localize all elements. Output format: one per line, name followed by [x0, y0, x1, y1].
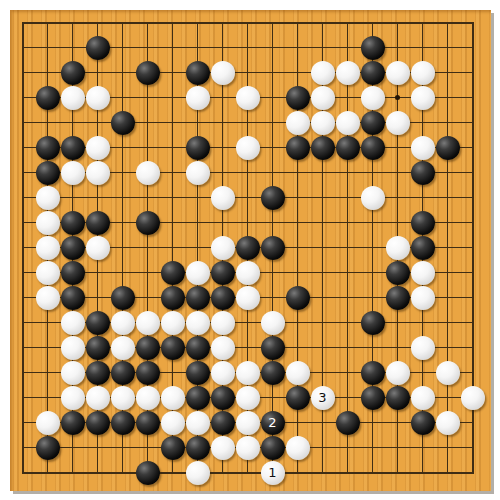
black-stone[interactable]	[136, 61, 160, 85]
black-stone[interactable]	[136, 461, 160, 485]
black-stone[interactable]	[186, 286, 210, 310]
white-stone[interactable]	[236, 86, 260, 110]
black-stone[interactable]	[36, 436, 60, 460]
black-stone[interactable]	[161, 336, 185, 360]
black-stone[interactable]	[61, 286, 85, 310]
black-stone[interactable]	[86, 336, 110, 360]
white-stone[interactable]	[311, 111, 335, 135]
white-stone[interactable]	[86, 161, 110, 185]
white-stone[interactable]	[336, 61, 360, 85]
black-stone[interactable]	[86, 311, 110, 335]
black-stone[interactable]	[261, 186, 285, 210]
white-stone[interactable]	[86, 386, 110, 410]
white-stone[interactable]	[211, 336, 235, 360]
black-stone[interactable]	[411, 161, 435, 185]
white-stone[interactable]	[311, 86, 335, 110]
white-stone[interactable]	[186, 461, 210, 485]
white-stone[interactable]	[286, 436, 310, 460]
black-stone[interactable]	[286, 386, 310, 410]
black-stone[interactable]	[386, 261, 410, 285]
black-stone[interactable]	[186, 361, 210, 385]
black-stone[interactable]	[186, 336, 210, 360]
white-stone[interactable]: 3	[311, 386, 335, 410]
white-stone[interactable]	[136, 311, 160, 335]
white-stone[interactable]	[211, 311, 235, 335]
white-stone[interactable]	[36, 261, 60, 285]
black-stone[interactable]	[161, 436, 185, 460]
black-stone[interactable]	[361, 61, 385, 85]
white-stone[interactable]	[361, 186, 385, 210]
black-stone[interactable]	[186, 61, 210, 85]
black-stone[interactable]	[61, 236, 85, 260]
white-stone[interactable]	[361, 86, 385, 110]
black-stone[interactable]	[361, 386, 385, 410]
black-stone[interactable]	[261, 336, 285, 360]
white-stone[interactable]	[436, 361, 460, 385]
black-stone[interactable]	[261, 236, 285, 260]
black-stone[interactable]	[36, 86, 60, 110]
white-stone[interactable]	[336, 111, 360, 135]
black-stone[interactable]	[286, 286, 310, 310]
white-stone[interactable]	[186, 411, 210, 435]
white-stone[interactable]	[236, 136, 260, 160]
black-stone[interactable]	[411, 411, 435, 435]
black-stone[interactable]	[361, 36, 385, 60]
black-stone[interactable]	[361, 111, 385, 135]
black-stone[interactable]	[336, 136, 360, 160]
white-stone[interactable]	[111, 386, 135, 410]
white-stone[interactable]	[61, 386, 85, 410]
white-stone[interactable]	[436, 411, 460, 435]
white-stone[interactable]	[461, 386, 485, 410]
white-stone[interactable]	[261, 311, 285, 335]
black-stone[interactable]	[211, 411, 235, 435]
black-stone[interactable]	[61, 411, 85, 435]
black-stone[interactable]	[161, 286, 185, 310]
white-stone[interactable]	[186, 311, 210, 335]
white-stone[interactable]: 1	[261, 461, 285, 485]
white-stone[interactable]	[86, 136, 110, 160]
black-stone[interactable]	[36, 161, 60, 185]
white-stone[interactable]	[211, 186, 235, 210]
white-stone[interactable]	[236, 386, 260, 410]
white-stone[interactable]	[61, 161, 85, 185]
black-stone[interactable]	[111, 361, 135, 385]
black-stone[interactable]	[61, 261, 85, 285]
black-stone[interactable]	[261, 361, 285, 385]
move-number-label: 1	[268, 466, 276, 479]
black-stone[interactable]	[111, 286, 135, 310]
go-board[interactable]: 321	[10, 10, 491, 491]
white-stone[interactable]	[386, 236, 410, 260]
white-stone[interactable]	[36, 236, 60, 260]
white-stone[interactable]	[36, 411, 60, 435]
black-stone[interactable]	[286, 86, 310, 110]
white-stone[interactable]	[236, 286, 260, 310]
grid-line-vertical	[447, 23, 448, 473]
white-stone[interactable]	[211, 361, 235, 385]
white-stone[interactable]	[136, 386, 160, 410]
black-stone[interactable]	[136, 361, 160, 385]
white-stone[interactable]	[111, 336, 135, 360]
black-stone[interactable]	[61, 61, 85, 85]
black-stone[interactable]	[311, 136, 335, 160]
black-stone[interactable]	[361, 311, 385, 335]
white-stone[interactable]	[111, 311, 135, 335]
black-stone[interactable]	[236, 236, 260, 260]
black-stone[interactable]	[361, 136, 385, 160]
move-number-label: 2	[268, 416, 276, 429]
screenshot-root: 321	[0, 0, 500, 500]
black-stone[interactable]	[211, 286, 235, 310]
black-stone[interactable]	[211, 261, 235, 285]
black-stone[interactable]	[386, 286, 410, 310]
white-stone[interactable]	[411, 261, 435, 285]
white-stone[interactable]	[186, 161, 210, 185]
white-stone[interactable]	[236, 261, 260, 285]
black-stone[interactable]	[211, 386, 235, 410]
star-point	[395, 95, 400, 100]
white-stone[interactable]	[186, 86, 210, 110]
white-stone[interactable]	[236, 361, 260, 385]
white-stone[interactable]	[86, 86, 110, 110]
black-stone[interactable]	[411, 211, 435, 235]
grid-line-vertical	[347, 23, 348, 473]
black-stone[interactable]	[86, 411, 110, 435]
white-stone[interactable]	[386, 111, 410, 135]
black-stone[interactable]	[161, 261, 185, 285]
white-stone[interactable]	[161, 411, 185, 435]
white-stone[interactable]	[411, 336, 435, 360]
black-stone[interactable]	[61, 136, 85, 160]
white-stone[interactable]	[311, 61, 335, 85]
black-stone[interactable]	[36, 136, 60, 160]
black-stone[interactable]	[186, 386, 210, 410]
black-stone[interactable]	[186, 436, 210, 460]
white-stone[interactable]	[411, 286, 435, 310]
white-stone[interactable]	[61, 86, 85, 110]
white-stone[interactable]	[411, 61, 435, 85]
black-stone[interactable]	[286, 136, 310, 160]
white-stone[interactable]	[36, 211, 60, 235]
black-stone[interactable]	[111, 111, 135, 135]
white-stone[interactable]	[386, 361, 410, 385]
white-stone[interactable]	[286, 111, 310, 135]
move-number-label: 3	[318, 391, 326, 404]
white-stone[interactable]	[211, 236, 235, 260]
white-stone[interactable]	[236, 436, 260, 460]
white-stone[interactable]	[411, 136, 435, 160]
black-stone[interactable]	[186, 136, 210, 160]
white-stone[interactable]	[211, 61, 235, 85]
white-stone[interactable]	[161, 386, 185, 410]
white-stone[interactable]	[386, 61, 410, 85]
white-stone[interactable]	[286, 361, 310, 385]
white-stone[interactable]	[86, 236, 110, 260]
black-stone[interactable]	[136, 411, 160, 435]
white-stone[interactable]	[36, 186, 60, 210]
black-stone[interactable]	[136, 336, 160, 360]
black-stone[interactable]	[61, 211, 85, 235]
white-stone[interactable]	[61, 311, 85, 335]
black-stone[interactable]	[436, 136, 460, 160]
black-stone[interactable]	[111, 411, 135, 435]
white-stone[interactable]	[186, 261, 210, 285]
black-stone[interactable]	[86, 211, 110, 235]
white-stone[interactable]	[161, 311, 185, 335]
white-stone[interactable]	[211, 436, 235, 460]
black-stone[interactable]	[86, 36, 110, 60]
black-stone[interactable]	[136, 211, 160, 235]
white-stone[interactable]	[411, 86, 435, 110]
black-stone[interactable]	[361, 361, 385, 385]
white-stone[interactable]	[411, 386, 435, 410]
white-stone[interactable]	[61, 336, 85, 360]
black-stone[interactable]	[261, 436, 285, 460]
white-stone[interactable]	[61, 361, 85, 385]
black-stone[interactable]	[386, 386, 410, 410]
white-stone[interactable]	[36, 286, 60, 310]
black-stone[interactable]: 2	[261, 411, 285, 435]
black-stone[interactable]	[411, 236, 435, 260]
black-stone[interactable]	[336, 411, 360, 435]
black-stone[interactable]	[86, 361, 110, 385]
white-stone[interactable]	[236, 411, 260, 435]
white-stone[interactable]	[136, 161, 160, 185]
